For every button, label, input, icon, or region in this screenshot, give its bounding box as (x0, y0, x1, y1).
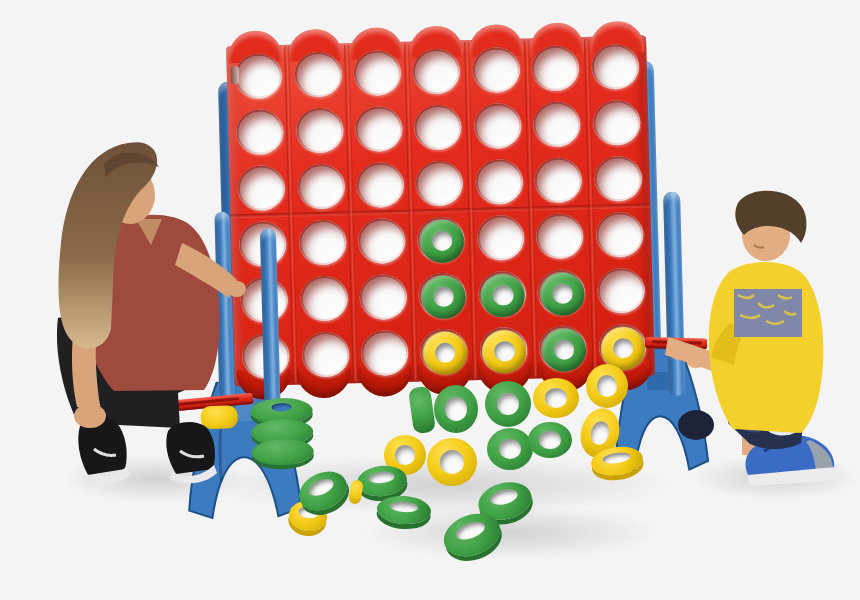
cell-r4c3 (351, 212, 412, 270)
cell-r2c3 (348, 100, 409, 158)
board-hole (416, 160, 464, 206)
cell-r5c4 (412, 266, 473, 324)
board-hole (358, 217, 406, 263)
board-hole (595, 211, 643, 257)
board-hole (594, 155, 642, 201)
cell-r1c2 (288, 45, 349, 103)
board-hole (592, 99, 640, 145)
cell-r2c7 (586, 94, 647, 152)
cell-r6c3 (354, 324, 415, 382)
cell-r1c7 (585, 38, 646, 96)
boy-head (735, 191, 806, 261)
loose-ring-yellow-4 (533, 378, 579, 418)
board-hole (532, 45, 580, 91)
cell-r4c5 (470, 209, 531, 267)
woman-shoes (78, 417, 217, 486)
board-hole (536, 213, 584, 259)
cell-r3c3 (350, 156, 411, 214)
cell-r6c5 (473, 321, 534, 379)
cell-r5c2 (293, 269, 354, 327)
board-hole (533, 101, 581, 147)
cell-r5c5 (472, 265, 533, 323)
boy-figure (638, 183, 848, 488)
cell-r6c2 (295, 325, 356, 383)
board-ring-green-r5c6 (540, 272, 585, 316)
boy-shirt-graphic (734, 289, 802, 337)
board-ring-yellow-r6c5 (482, 329, 527, 373)
cell-r4c2 (292, 213, 353, 271)
board-hole (361, 329, 409, 375)
board-ring-green-r6c6 (541, 328, 586, 372)
cell-r1c6 (525, 39, 586, 97)
cell-r6c6 (533, 319, 594, 377)
board-hole (472, 46, 520, 92)
woman-figure (10, 133, 265, 493)
board-hole (234, 53, 282, 99)
board-hole (297, 163, 345, 209)
cell-r3c6 (528, 151, 589, 209)
cell-r1c4 (406, 42, 467, 100)
board-hole (477, 214, 525, 260)
cell-r5c6 (531, 263, 592, 321)
board-hole (414, 104, 462, 150)
giant-connect-four-scene (0, 0, 860, 600)
loose-ring-green-3 (485, 381, 531, 427)
hinge-pin (231, 66, 239, 84)
board-ring-yellow-r6c4 (423, 331, 468, 375)
cell-r1c5 (466, 41, 527, 99)
cell-r3c5 (469, 153, 530, 211)
board-hole (353, 49, 401, 95)
board-hole (591, 43, 639, 89)
cell-r6c4 (414, 322, 475, 380)
cell-r2c6 (527, 95, 588, 153)
cell-r1c3 (347, 44, 408, 102)
board-hole (301, 331, 349, 377)
cell-r2c4 (408, 98, 469, 156)
board-hole (298, 219, 346, 265)
woman-hand-on-bar (74, 404, 106, 428)
board-hole (294, 51, 342, 97)
cell-r5c3 (353, 268, 414, 326)
cell-r3c2 (290, 157, 351, 215)
loose-ring-green-2 (434, 385, 478, 433)
board-panel (226, 35, 655, 386)
cell-r3c4 (409, 154, 470, 212)
boy-arm (665, 337, 716, 371)
boy-hand-on-bar (686, 352, 706, 368)
board-hole (474, 102, 522, 148)
cell-r2c5 (467, 97, 528, 155)
board-hole (475, 158, 523, 204)
loose-ring-green-10 (487, 428, 533, 470)
board-ring-green-r5c5 (481, 273, 526, 317)
board-ring-green-r4c4 (420, 219, 465, 263)
loose-ring-yellow-5 (586, 364, 628, 408)
cell-r2c2 (289, 101, 350, 159)
boy-torso (709, 262, 824, 433)
loose-ring-green-11 (528, 422, 572, 458)
cell-r4c4 (411, 210, 472, 268)
board-hole (356, 161, 404, 207)
board-hole (534, 157, 582, 203)
board-ring-green-r5c4 (421, 275, 466, 319)
loose-ring-yellow-9 (427, 438, 477, 486)
board-hole (295, 107, 343, 153)
woman-hand-on-post (228, 281, 246, 297)
cell-r4c6 (530, 207, 591, 265)
board-hole (359, 273, 407, 319)
board-hole (355, 105, 403, 151)
board-hole (300, 275, 348, 321)
boy-knee (678, 410, 714, 440)
board-hole (413, 48, 461, 94)
